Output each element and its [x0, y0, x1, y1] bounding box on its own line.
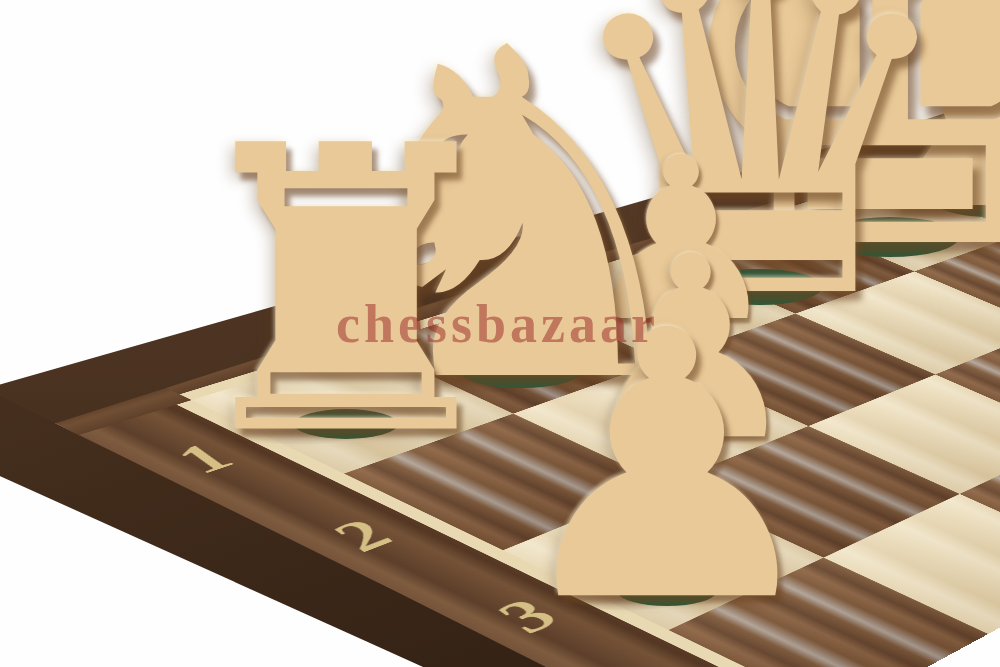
watermark: chessbazaar: [336, 297, 659, 351]
white-rook-glyph: ♜: [170, 96, 522, 489]
chess-set-product-photo: hgfedc1234 ♝♚♛♟♞♜♟♟ chessbazaar: [0, 0, 1000, 667]
